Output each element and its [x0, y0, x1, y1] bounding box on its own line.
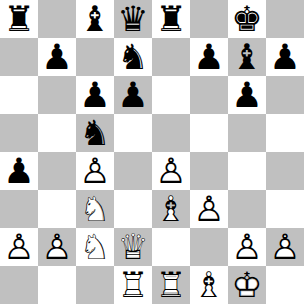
- piece-black-pawn[interactable]: ♟: [76, 76, 114, 114]
- square-e1[interactable]: ♜♖: [152, 266, 190, 304]
- square-d3[interactable]: [114, 190, 152, 228]
- piece-black-rook[interactable]: ♜: [152, 0, 190, 38]
- square-h4[interactable]: [266, 152, 304, 190]
- square-a8[interactable]: ♜: [0, 0, 38, 38]
- square-a6[interactable]: [0, 76, 38, 114]
- square-d8[interactable]: ♛: [114, 0, 152, 38]
- piece-black-rook[interactable]: ♜: [0, 0, 38, 38]
- square-f6[interactable]: [190, 76, 228, 114]
- piece-white-knight[interactable]: ♞♘: [76, 190, 114, 228]
- piece-outline-layer: ♗: [152, 190, 190, 228]
- square-h1[interactable]: [266, 266, 304, 304]
- piece-white-pawn[interactable]: ♟♙: [0, 228, 38, 266]
- square-f2[interactable]: [190, 228, 228, 266]
- square-a2[interactable]: ♟♙: [0, 228, 38, 266]
- square-b2[interactable]: ♟♙: [38, 228, 76, 266]
- piece-outline-layer: ♙: [38, 228, 76, 266]
- piece-white-pawn[interactable]: ♟♙: [266, 228, 304, 266]
- square-a4[interactable]: ♟: [0, 152, 38, 190]
- square-a7[interactable]: [0, 38, 38, 76]
- square-d2[interactable]: ♛♕: [114, 228, 152, 266]
- piece-black-pawn[interactable]: ♟: [0, 152, 38, 190]
- square-c7[interactable]: [76, 38, 114, 76]
- square-b1[interactable]: [38, 266, 76, 304]
- piece-outline-layer: ♖: [114, 266, 152, 304]
- square-h3[interactable]: [266, 190, 304, 228]
- square-d6[interactable]: ♟: [114, 76, 152, 114]
- square-b5[interactable]: [38, 114, 76, 152]
- square-f8[interactable]: [190, 0, 228, 38]
- square-g7[interactable]: ♝: [228, 38, 266, 76]
- piece-black-queen[interactable]: ♛: [114, 0, 152, 38]
- piece-outline-layer: ♙: [0, 228, 38, 266]
- piece-black-pawn[interactable]: ♟: [38, 38, 76, 76]
- chess-board: ♜♝♛♜♚♟♞♟♝♟♟♟♟♞♟♟♙♟♙♞♘♝♗♟♙♟♙♟♙♞♘♛♕♟♙♟♙♜♖♜…: [0, 0, 304, 304]
- square-e8[interactable]: ♜: [152, 0, 190, 38]
- square-c5[interactable]: ♞: [76, 114, 114, 152]
- square-e7[interactable]: [152, 38, 190, 76]
- piece-outline-layer: ♙: [190, 190, 228, 228]
- square-g6[interactable]: ♟: [228, 76, 266, 114]
- square-a5[interactable]: [0, 114, 38, 152]
- piece-outline-layer: ♙: [152, 152, 190, 190]
- square-f7[interactable]: ♟: [190, 38, 228, 76]
- square-b3[interactable]: [38, 190, 76, 228]
- piece-black-king[interactable]: ♚: [228, 0, 266, 38]
- piece-outline-layer: ♙: [76, 152, 114, 190]
- piece-black-pawn[interactable]: ♟: [266, 38, 304, 76]
- square-e2[interactable]: [152, 228, 190, 266]
- square-f4[interactable]: [190, 152, 228, 190]
- square-c3[interactable]: ♞♘: [76, 190, 114, 228]
- piece-outline-layer: ♕: [114, 228, 152, 266]
- square-a1[interactable]: [0, 266, 38, 304]
- piece-black-pawn[interactable]: ♟: [114, 76, 152, 114]
- square-f1[interactable]: ♝♗: [190, 266, 228, 304]
- piece-black-bishop[interactable]: ♝: [228, 38, 266, 76]
- piece-black-bishop[interactable]: ♝: [76, 0, 114, 38]
- square-e3[interactable]: ♝♗: [152, 190, 190, 228]
- square-d5[interactable]: [114, 114, 152, 152]
- piece-black-pawn[interactable]: ♟: [190, 38, 228, 76]
- square-c6[interactable]: ♟: [76, 76, 114, 114]
- square-c4[interactable]: ♟♙: [76, 152, 114, 190]
- square-g4[interactable]: [228, 152, 266, 190]
- square-a3[interactable]: [0, 190, 38, 228]
- piece-white-rook[interactable]: ♜♖: [114, 266, 152, 304]
- piece-black-knight[interactable]: ♞: [76, 114, 114, 152]
- square-d7[interactable]: ♞: [114, 38, 152, 76]
- piece-white-pawn[interactable]: ♟♙: [152, 152, 190, 190]
- square-e5[interactable]: [152, 114, 190, 152]
- square-h5[interactable]: [266, 114, 304, 152]
- piece-white-knight[interactable]: ♞♘: [76, 228, 114, 266]
- square-b7[interactable]: ♟: [38, 38, 76, 76]
- piece-white-pawn[interactable]: ♟♙: [76, 152, 114, 190]
- square-b4[interactable]: [38, 152, 76, 190]
- piece-outline-layer: ♖: [152, 266, 190, 304]
- square-h6[interactable]: [266, 76, 304, 114]
- square-h2[interactable]: ♟♙: [266, 228, 304, 266]
- square-g8[interactable]: ♚: [228, 0, 266, 38]
- piece-outline-layer: ♔: [228, 266, 266, 304]
- square-f3[interactable]: ♟♙: [190, 190, 228, 228]
- piece-outline-layer: ♙: [266, 228, 304, 266]
- square-d4[interactable]: [114, 152, 152, 190]
- piece-black-knight[interactable]: ♞: [114, 38, 152, 76]
- piece-outline-layer: ♘: [76, 228, 114, 266]
- square-c2[interactable]: ♞♘: [76, 228, 114, 266]
- piece-black-pawn[interactable]: ♟: [228, 76, 266, 114]
- square-h8[interactable]: [266, 0, 304, 38]
- piece-white-queen[interactable]: ♛♕: [114, 228, 152, 266]
- piece-white-king[interactable]: ♚♔: [228, 266, 266, 304]
- piece-white-bishop[interactable]: ♝♗: [152, 190, 190, 228]
- square-g1[interactable]: ♚♔: [228, 266, 266, 304]
- square-f5[interactable]: [190, 114, 228, 152]
- piece-white-bishop[interactable]: ♝♗: [190, 266, 228, 304]
- square-c8[interactable]: ♝: [76, 0, 114, 38]
- square-g2[interactable]: ♟♙: [228, 228, 266, 266]
- piece-outline-layer: ♘: [76, 190, 114, 228]
- square-c1[interactable]: [76, 266, 114, 304]
- square-g3[interactable]: [228, 190, 266, 228]
- square-h7[interactable]: ♟: [266, 38, 304, 76]
- square-e6[interactable]: [152, 76, 190, 114]
- piece-white-pawn[interactable]: ♟♙: [228, 228, 266, 266]
- square-b8[interactable]: [38, 0, 76, 38]
- square-g5[interactable]: [228, 114, 266, 152]
- piece-outline-layer: ♙: [228, 228, 266, 266]
- square-b6[interactable]: [38, 76, 76, 114]
- piece-white-pawn[interactable]: ♟♙: [190, 190, 228, 228]
- piece-white-pawn[interactable]: ♟♙: [38, 228, 76, 266]
- piece-outline-layer: ♗: [190, 266, 228, 304]
- square-e4[interactable]: ♟♙: [152, 152, 190, 190]
- square-d1[interactable]: ♜♖: [114, 266, 152, 304]
- piece-white-rook[interactable]: ♜♖: [152, 266, 190, 304]
